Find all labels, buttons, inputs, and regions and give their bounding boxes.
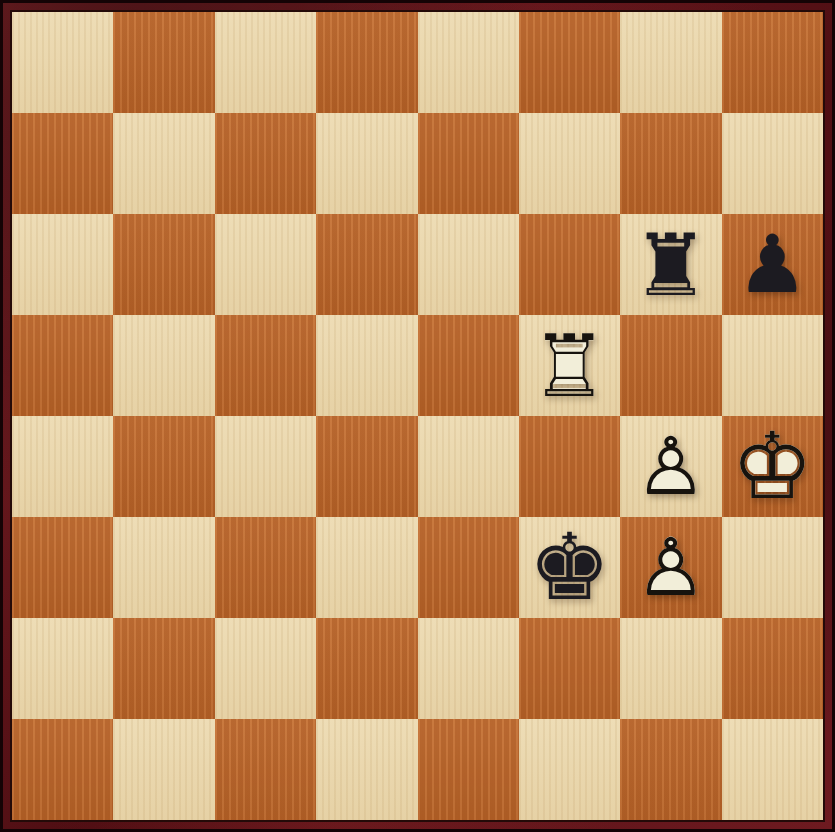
square-b3[interactable] [113, 517, 214, 618]
square-c5[interactable] [215, 315, 316, 416]
square-h8[interactable] [722, 12, 823, 113]
square-d3[interactable] [316, 517, 417, 618]
white-rook-outline-glyph: ♖ [519, 315, 620, 416]
square-a8[interactable] [12, 12, 113, 113]
square-e3[interactable] [418, 517, 519, 618]
square-c6[interactable] [215, 214, 316, 315]
white-rook-glyph: ♜ [519, 315, 620, 416]
square-h4[interactable]: ♚♔ [722, 416, 823, 517]
square-a1[interactable] [12, 719, 113, 820]
square-f3[interactable]: ♚ [519, 517, 620, 618]
square-h7[interactable] [722, 113, 823, 214]
square-c4[interactable] [215, 416, 316, 517]
square-b8[interactable] [113, 12, 214, 113]
piece-white-pawn-g4: ♟♙ [620, 416, 721, 517]
square-d6[interactable] [316, 214, 417, 315]
square-d2[interactable] [316, 618, 417, 719]
square-e2[interactable] [418, 618, 519, 719]
board-frame: ♜♟♜♖♟♙♚♔♚♟♙ [0, 0, 835, 832]
square-g6[interactable]: ♜ [620, 214, 721, 315]
piece-black-pawn-h6: ♟ [722, 214, 823, 315]
square-c2[interactable] [215, 618, 316, 719]
square-a6[interactable] [12, 214, 113, 315]
square-g7[interactable] [620, 113, 721, 214]
white-pawn-glyph: ♟ [620, 416, 721, 517]
square-e8[interactable] [418, 12, 519, 113]
square-h3[interactable] [722, 517, 823, 618]
square-c1[interactable] [215, 719, 316, 820]
black-rook-glyph: ♜ [620, 214, 721, 315]
square-c7[interactable] [215, 113, 316, 214]
square-h5[interactable] [722, 315, 823, 416]
square-g1[interactable] [620, 719, 721, 820]
square-e4[interactable] [418, 416, 519, 517]
square-f7[interactable] [519, 113, 620, 214]
square-h1[interactable] [722, 719, 823, 820]
square-g5[interactable] [620, 315, 721, 416]
black-pawn-glyph: ♟ [722, 214, 823, 315]
square-f1[interactable] [519, 719, 620, 820]
piece-white-rook-f5: ♜♖ [519, 315, 620, 416]
white-king-glyph: ♚ [722, 416, 823, 517]
black-king-glyph: ♚ [519, 517, 620, 618]
square-c3[interactable] [215, 517, 316, 618]
square-g4[interactable]: ♟♙ [620, 416, 721, 517]
square-e7[interactable] [418, 113, 519, 214]
white-pawn-outline-glyph: ♙ [620, 416, 721, 517]
chess-diagram: ♜♟♜♖♟♙♚♔♚♟♙ [0, 0, 835, 832]
square-d8[interactable] [316, 12, 417, 113]
square-e6[interactable] [418, 214, 519, 315]
chess-board: ♜♟♜♖♟♙♚♔♚♟♙ [10, 10, 825, 822]
square-a4[interactable] [12, 416, 113, 517]
square-e5[interactable] [418, 315, 519, 416]
square-e1[interactable] [418, 719, 519, 820]
square-b2[interactable] [113, 618, 214, 719]
square-c8[interactable] [215, 12, 316, 113]
square-d4[interactable] [316, 416, 417, 517]
square-a3[interactable] [12, 517, 113, 618]
square-h2[interactable] [722, 618, 823, 719]
square-d1[interactable] [316, 719, 417, 820]
square-f6[interactable] [519, 214, 620, 315]
square-g2[interactable] [620, 618, 721, 719]
piece-white-king-h4: ♚♔ [722, 416, 823, 517]
piece-black-king-f3: ♚ [519, 517, 620, 618]
square-h6[interactable]: ♟ [722, 214, 823, 315]
square-g3[interactable]: ♟♙ [620, 517, 721, 618]
piece-black-rook-g6: ♜ [620, 214, 721, 315]
piece-white-pawn-g3: ♟♙ [620, 517, 721, 618]
square-f5[interactable]: ♜♖ [519, 315, 620, 416]
white-pawn-glyph: ♟ [620, 517, 721, 618]
white-pawn-outline-glyph: ♙ [620, 517, 721, 618]
square-a2[interactable] [12, 618, 113, 719]
square-g8[interactable] [620, 12, 721, 113]
square-f4[interactable] [519, 416, 620, 517]
square-b6[interactable] [113, 214, 214, 315]
square-b1[interactable] [113, 719, 214, 820]
square-b4[interactable] [113, 416, 214, 517]
square-b7[interactable] [113, 113, 214, 214]
square-f2[interactable] [519, 618, 620, 719]
square-b5[interactable] [113, 315, 214, 416]
square-a7[interactable] [12, 113, 113, 214]
square-f8[interactable] [519, 12, 620, 113]
square-d7[interactable] [316, 113, 417, 214]
white-king-outline-glyph: ♔ [722, 416, 823, 517]
square-a5[interactable] [12, 315, 113, 416]
square-d5[interactable] [316, 315, 417, 416]
